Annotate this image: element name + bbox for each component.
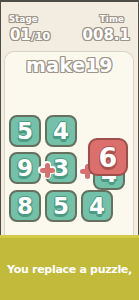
- tutorial-banner: You replace a puzzle,: [0, 235, 139, 300]
- stage-total: /10: [31, 30, 50, 43]
- tutorial-banner-text: You replace a puzzle,: [7, 263, 132, 276]
- time-label: Time: [100, 14, 124, 24]
- plus-icon: [38, 161, 56, 179]
- tile-r2c1[interactable]: 9: [9, 152, 41, 184]
- stage-value: 01/10: [10, 27, 50, 45]
- stage-current: 01: [10, 26, 31, 44]
- tile-r3c1[interactable]: 8: [9, 190, 41, 222]
- game-screen: Stage 01/10 Time 008.1 make19 5 4 9 3 4 …: [0, 0, 139, 300]
- dragged-tile[interactable]: 6: [88, 138, 128, 176]
- time-value: 008.1: [83, 27, 130, 44]
- tile-r3c3[interactable]: 4: [81, 190, 113, 222]
- goal-text: make19: [0, 55, 139, 75]
- stage-label: Stage: [9, 14, 38, 24]
- tile-r1c2[interactable]: 4: [45, 115, 77, 147]
- tile-r3c2[interactable]: 5: [45, 190, 77, 222]
- tile-r1c1[interactable]: 5: [9, 115, 41, 147]
